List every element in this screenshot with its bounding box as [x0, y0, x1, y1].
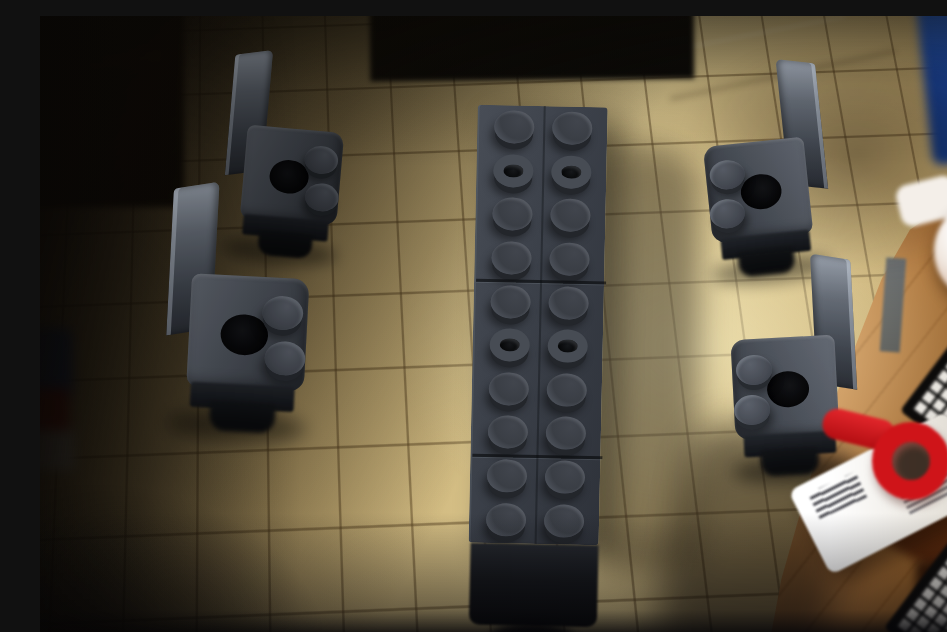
shadow-bottom-left — [40, 16, 947, 632]
lego-room-photo: Overhead close-up photo of a LEGO interi… — [40, 16, 947, 632]
